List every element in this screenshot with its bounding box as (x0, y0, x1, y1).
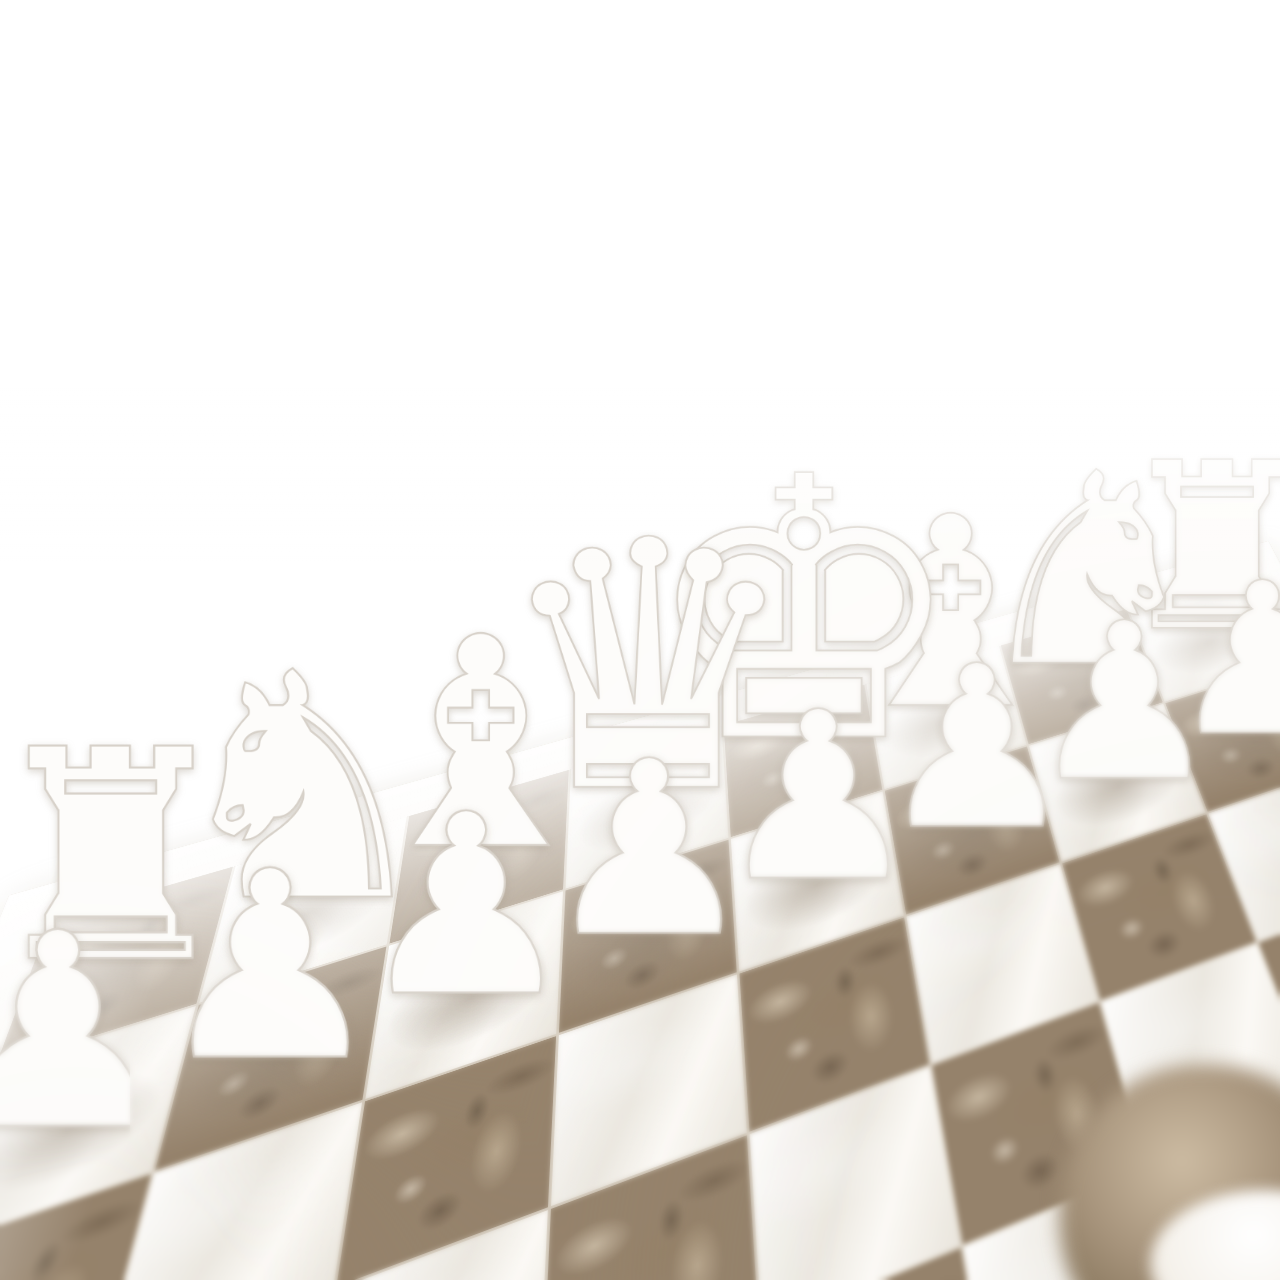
photo-canvas: ♜♞♝♛♚♝♞♜♟♟♟♟♟♟♟♟ (0, 0, 1280, 1280)
square-a2: ♟ (0, 1006, 196, 1247)
white-pawn-a2: ♟ (0, 904, 332, 1160)
scene: ♜♞♝♛♚♝♞♜♟♟♟♟♟♟♟♟ (0, 0, 1280, 1280)
